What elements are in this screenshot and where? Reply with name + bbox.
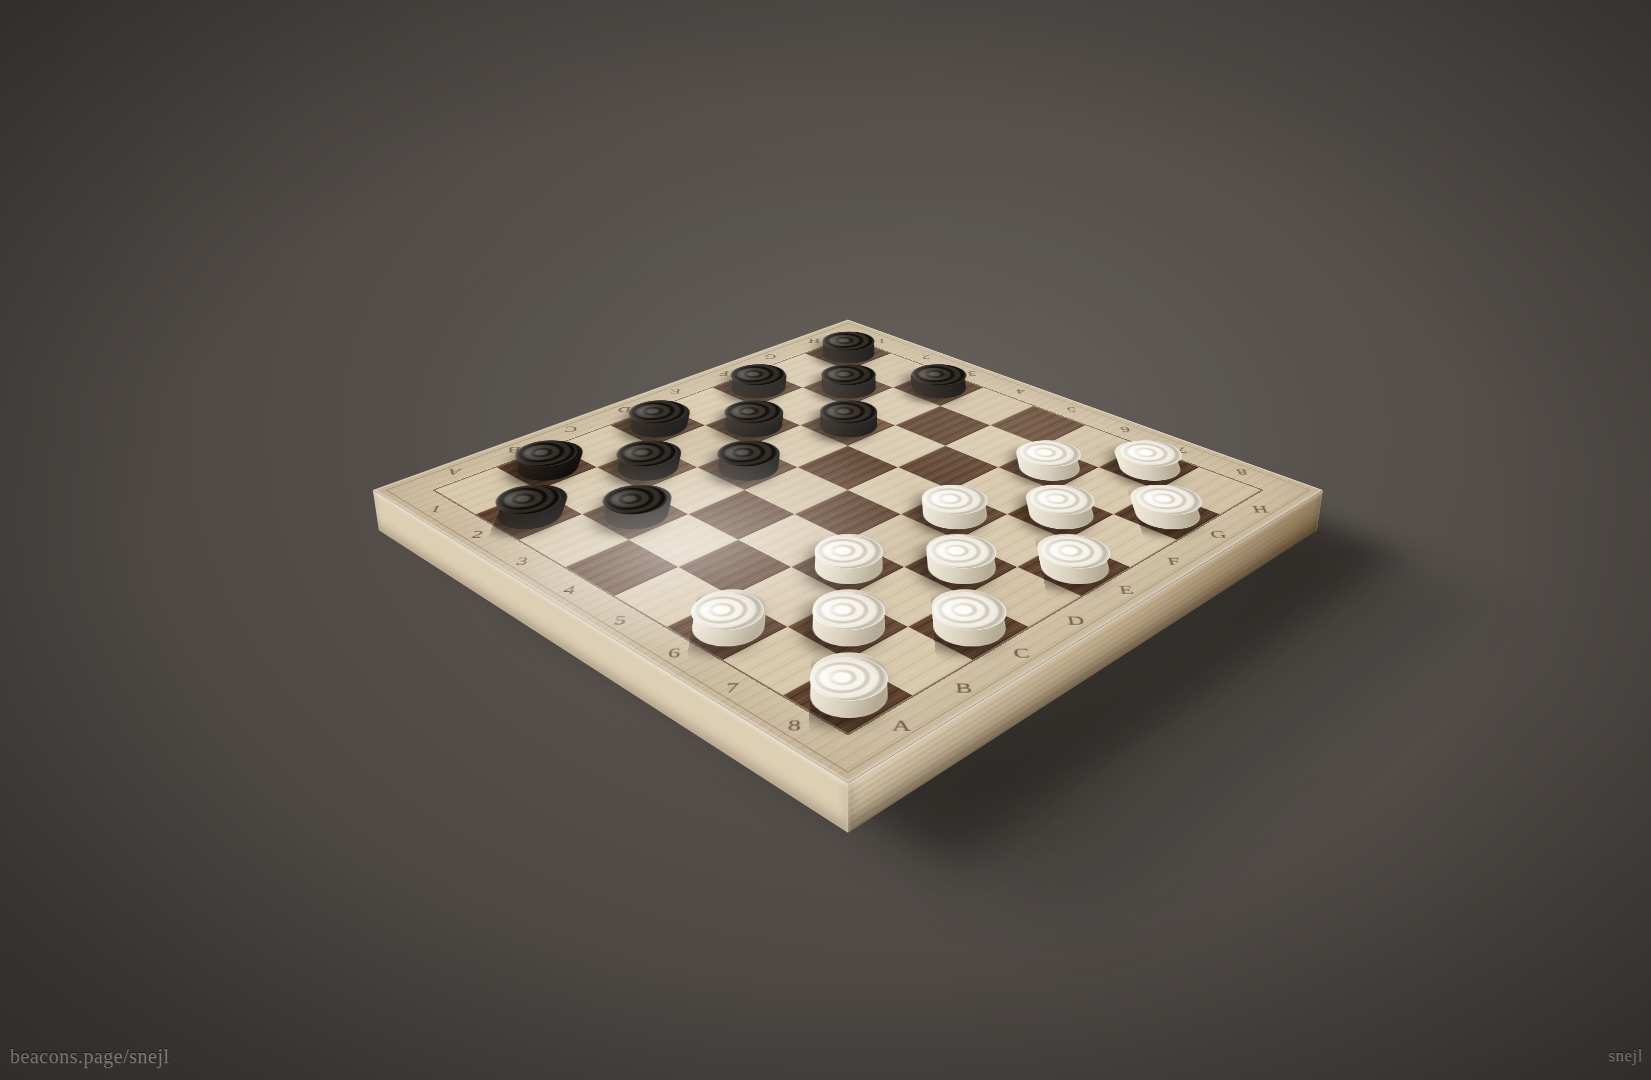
rank-label: 2 [906, 345, 945, 368]
watermark-snejl: snejl [1608, 1046, 1643, 1066]
rank-label: 6 [1100, 415, 1151, 443]
file-label: H [784, 334, 844, 347]
checker-white-e6[interactable] [909, 479, 1000, 521]
file-label: F [691, 366, 756, 381]
board-scene: 12345678 12345678 ABCDEFGH ABCDEFGH [0, 0, 1651, 1080]
file-label: A [413, 462, 494, 481]
file-label: B [475, 441, 552, 459]
rank-label: 4 [998, 379, 1043, 405]
checker-white-c6[interactable] [800, 529, 896, 576]
watermark-beacons: beacons.page/snejl [10, 1045, 170, 1068]
scene-background: 12345678 12345678 ABCDEFGH ABCDEFGH beac… [0, 0, 1651, 1080]
file-label: D [589, 402, 660, 418]
file-label: C [534, 421, 608, 438]
file-label: G [739, 350, 802, 364]
file-label: E [641, 383, 709, 398]
rank-label: 3 [951, 362, 993, 386]
rank-label: 1 [864, 330, 901, 352]
rank-label: 5 [1048, 396, 1096, 423]
